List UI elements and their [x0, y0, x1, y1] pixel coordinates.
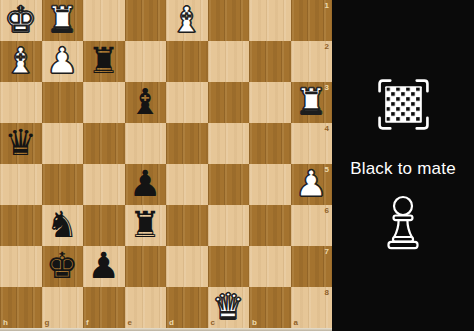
file-label-b: b — [252, 318, 257, 327]
piece-black-queen[interactable]: ♛ — [5, 125, 37, 161]
piece-black-bishop[interactable]: ♝ — [129, 84, 161, 120]
square-a6[interactable]: 6 — [291, 205, 333, 246]
square-d3[interactable] — [166, 82, 208, 123]
square-g8[interactable]: g — [42, 287, 84, 328]
square-a7[interactable]: 7 — [291, 246, 333, 287]
piece-white-bishop[interactable]: ♝ — [171, 2, 203, 38]
square-h1[interactable]: ♚ — [0, 0, 42, 41]
piece-white-pawn[interactable]: ♟ — [295, 166, 327, 202]
square-d4[interactable] — [166, 123, 208, 164]
square-e6[interactable]: ♜ — [125, 205, 167, 246]
rank-label-8: 8 — [325, 288, 329, 297]
puzzle-sidebar: Black to mate — [332, 0, 474, 331]
file-label-f: f — [86, 318, 89, 327]
square-b1[interactable] — [249, 0, 291, 41]
square-d1[interactable]: ♝ — [166, 0, 208, 41]
square-a2[interactable]: 2 — [291, 41, 333, 82]
square-f8[interactable]: f — [83, 287, 125, 328]
square-g2[interactable]: ♟ — [42, 41, 84, 82]
black-pawn-icon — [380, 193, 426, 255]
square-h5[interactable] — [0, 164, 42, 205]
piece-black-pawn[interactable]: ♟ — [129, 166, 161, 202]
square-h4[interactable]: ♛ — [0, 123, 42, 164]
piece-white-queen[interactable]: ♛ — [212, 289, 244, 325]
square-a4[interactable]: 4 — [291, 123, 333, 164]
board-area: ♚♜♝1♝♟♜2♝3♜♛4♟5♟♞♜6♚♟7hgfedc♛b8a — [0, 0, 332, 331]
square-g7[interactable]: ♚ — [42, 246, 84, 287]
file-label-g: g — [45, 318, 50, 327]
square-h2[interactable]: ♝ — [0, 41, 42, 82]
square-b4[interactable] — [249, 123, 291, 164]
square-c8[interactable]: c♛ — [208, 287, 250, 328]
square-f7[interactable]: ♟ — [83, 246, 125, 287]
square-d2[interactable] — [166, 41, 208, 82]
square-h6[interactable] — [0, 205, 42, 246]
square-d6[interactable] — [166, 205, 208, 246]
chess-board: ♚♜♝1♝♟♜2♝3♜♛4♟5♟♞♜6♚♟7hgfedc♛b8a — [0, 0, 332, 328]
square-f4[interactable] — [83, 123, 125, 164]
piece-white-bishop[interactable]: ♝ — [5, 43, 37, 79]
square-h3[interactable] — [0, 82, 42, 123]
square-b2[interactable] — [249, 41, 291, 82]
square-c3[interactable] — [208, 82, 250, 123]
square-f1[interactable] — [83, 0, 125, 41]
square-g3[interactable] — [42, 82, 84, 123]
square-f5[interactable] — [83, 164, 125, 205]
square-c2[interactable] — [208, 41, 250, 82]
piece-black-pawn[interactable]: ♟ — [88, 248, 120, 284]
square-g4[interactable] — [42, 123, 84, 164]
square-f2[interactable]: ♜ — [83, 41, 125, 82]
rank-label-4: 4 — [325, 124, 329, 133]
chessboard-frame-icon — [375, 76, 432, 133]
piece-black-king[interactable]: ♚ — [46, 248, 78, 284]
rank-label-7: 7 — [325, 247, 329, 256]
square-g6[interactable]: ♞ — [42, 205, 84, 246]
file-label-a: a — [294, 318, 298, 327]
square-e5[interactable]: ♟ — [125, 164, 167, 205]
rank-label-1: 1 — [325, 1, 329, 10]
square-f6[interactable] — [83, 205, 125, 246]
square-d7[interactable] — [166, 246, 208, 287]
square-b3[interactable] — [249, 82, 291, 123]
piece-black-rook[interactable]: ♜ — [88, 43, 120, 79]
square-a3[interactable]: 3♜ — [291, 82, 333, 123]
piece-black-rook[interactable]: ♜ — [129, 207, 161, 243]
square-e8[interactable]: e — [125, 287, 167, 328]
piece-white-rook[interactable]: ♜ — [46, 2, 78, 38]
square-g1[interactable]: ♜ — [42, 0, 84, 41]
square-e7[interactable] — [125, 246, 167, 287]
square-c7[interactable] — [208, 246, 250, 287]
piece-white-rook[interactable]: ♜ — [295, 84, 327, 120]
square-b6[interactable] — [249, 205, 291, 246]
file-label-d: d — [169, 318, 174, 327]
file-label-h: h — [3, 318, 8, 327]
square-b8[interactable]: b — [249, 287, 291, 328]
puzzle-prompt: Black to mate — [350, 159, 456, 179]
square-d8[interactable]: d — [166, 287, 208, 328]
square-e4[interactable] — [125, 123, 167, 164]
piece-black-knight[interactable]: ♞ — [46, 207, 78, 243]
square-e3[interactable]: ♝ — [125, 82, 167, 123]
rank-label-6: 6 — [325, 206, 329, 215]
piece-white-king[interactable]: ♚ — [5, 2, 37, 38]
square-c1[interactable] — [208, 0, 250, 41]
square-e2[interactable] — [125, 41, 167, 82]
square-h8[interactable]: h — [0, 287, 42, 328]
puzzle-app: ♚♜♝1♝♟♜2♝3♜♛4♟5♟♞♜6♚♟7hgfedc♛b8a Black t… — [0, 0, 474, 331]
square-a8[interactable]: 8a — [291, 287, 333, 328]
piece-white-pawn[interactable]: ♟ — [46, 43, 78, 79]
square-d5[interactable] — [166, 164, 208, 205]
square-g5[interactable] — [42, 164, 84, 205]
square-e1[interactable] — [125, 0, 167, 41]
square-b7[interactable] — [249, 246, 291, 287]
square-f3[interactable] — [83, 82, 125, 123]
square-c4[interactable] — [208, 123, 250, 164]
square-c5[interactable] — [208, 164, 250, 205]
square-c6[interactable] — [208, 205, 250, 246]
square-h7[interactable] — [0, 246, 42, 287]
square-a5[interactable]: 5♟ — [291, 164, 333, 205]
square-b5[interactable] — [249, 164, 291, 205]
square-a1[interactable]: 1 — [291, 0, 333, 41]
file-label-e: e — [128, 318, 132, 327]
rank-label-2: 2 — [325, 42, 329, 51]
